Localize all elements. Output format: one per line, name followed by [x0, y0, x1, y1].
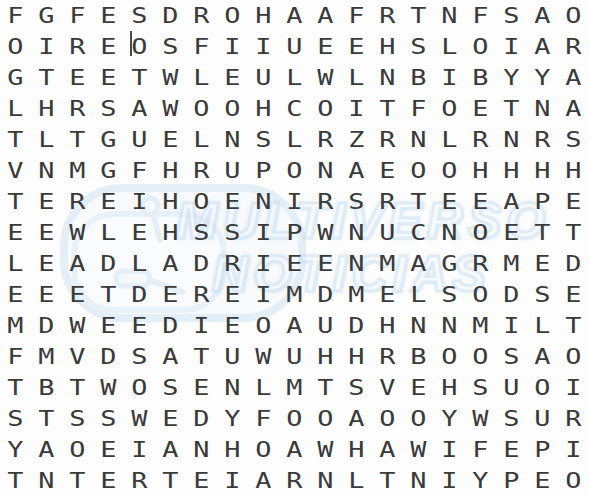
grid-cell[interactable]: V — [62, 341, 93, 372]
grid-cell[interactable]: A — [527, 341, 558, 372]
grid-cell[interactable]: N — [434, 310, 465, 341]
grid-cell[interactable]: M — [0, 310, 31, 341]
grid-cell[interactable]: I — [217, 31, 248, 62]
grid-cell[interactable]: T — [155, 465, 186, 496]
grid-cell[interactable]: T — [62, 124, 93, 155]
grid-cell[interactable]: A — [155, 248, 186, 279]
grid-cell[interactable]: H — [465, 155, 496, 186]
grid-cell[interactable]: R — [217, 248, 248, 279]
grid-cell[interactable]: T — [558, 217, 589, 248]
grid-cell[interactable]: I — [496, 310, 527, 341]
grid-cell[interactable]: O — [279, 403, 310, 434]
grid-cell[interactable]: H — [527, 155, 558, 186]
grid-cell[interactable]: E — [93, 0, 124, 31]
grid-cell[interactable]: S — [124, 0, 155, 31]
grid-cell[interactable]: O — [372, 403, 403, 434]
grid-cell[interactable]: E — [465, 93, 496, 124]
grid-cell[interactable]: S — [248, 124, 279, 155]
grid-cell[interactable]: F — [465, 0, 496, 31]
grid-cell[interactable]: O — [124, 372, 155, 403]
grid-cell[interactable]: T — [62, 372, 93, 403]
grid-cell[interactable]: I — [31, 31, 62, 62]
grid-cell[interactable]: N — [248, 186, 279, 217]
grid-cell[interactable]: S — [403, 31, 434, 62]
grid-cell[interactable]: H — [558, 155, 589, 186]
grid-cell[interactable]: N — [434, 0, 465, 31]
grid-cell[interactable]: A — [527, 0, 558, 31]
grid-cell[interactable]: H — [31, 93, 62, 124]
grid-cell[interactable]: I — [186, 310, 217, 341]
grid-cell[interactable]: H — [372, 31, 403, 62]
grid-cell[interactable]: M — [372, 248, 403, 279]
grid-cell[interactable]: P — [527, 186, 558, 217]
grid-cell[interactable]: Y — [465, 465, 496, 496]
grid-cell[interactable]: A — [155, 434, 186, 465]
grid-cell[interactable]: D — [93, 248, 124, 279]
grid-cell[interactable]: H — [155, 186, 186, 217]
grid-cell[interactable]: C — [403, 217, 434, 248]
grid-cell[interactable]: V — [0, 155, 31, 186]
grid-cell[interactable]: H — [155, 217, 186, 248]
grid-cell[interactable]: W — [465, 403, 496, 434]
grid-cell[interactable]: U — [372, 217, 403, 248]
grid-cell[interactable]: M — [279, 372, 310, 403]
grid-cell[interactable]: E — [62, 279, 93, 310]
grid-cell[interactable]: R — [279, 465, 310, 496]
grid-cell[interactable]: U — [217, 155, 248, 186]
grid-cell[interactable]: L — [279, 124, 310, 155]
grid-cell[interactable]: T — [186, 341, 217, 372]
grid-cell[interactable]: I — [248, 217, 279, 248]
grid-cell[interactable]: E — [372, 155, 403, 186]
grid-cell[interactable]: U — [124, 124, 155, 155]
grid-cell[interactable]: E — [186, 465, 217, 496]
grid-cell[interactable]: O — [465, 31, 496, 62]
grid-cell[interactable]: Y — [434, 403, 465, 434]
grid-cell[interactable]: E — [186, 372, 217, 403]
grid-cell[interactable]: W — [403, 434, 434, 465]
grid-cell[interactable]: A — [372, 434, 403, 465]
grid-cell[interactable]: E — [0, 217, 31, 248]
grid-cell[interactable]: U — [279, 341, 310, 372]
grid-cell[interactable]: W — [310, 217, 341, 248]
grid-cell[interactable]: E — [527, 465, 558, 496]
grid-cell[interactable]: F — [341, 0, 372, 31]
grid-cell[interactable]: I — [496, 31, 527, 62]
grid-cell[interactable]: U — [496, 372, 527, 403]
grid-cell[interactable]: E — [124, 217, 155, 248]
grid-cell[interactable]: O — [558, 465, 589, 496]
grid-cell[interactable]: N — [527, 93, 558, 124]
grid-cell[interactable]: S — [341, 372, 372, 403]
grid-cell[interactable]: V — [372, 372, 403, 403]
grid-cell[interactable]: O — [434, 155, 465, 186]
grid-cell[interactable]: E — [527, 248, 558, 279]
grid-cell[interactable]: H — [372, 310, 403, 341]
grid-cell[interactable]: D — [186, 248, 217, 279]
grid-cell[interactable]: O — [403, 155, 434, 186]
grid-cell[interactable]: S — [434, 279, 465, 310]
grid-cell[interactable]: S — [155, 372, 186, 403]
grid-cell[interactable]: N — [341, 217, 372, 248]
grid-cell[interactable]: E — [217, 186, 248, 217]
grid-cell[interactable]: N — [403, 465, 434, 496]
grid-cell[interactable]: H — [310, 341, 341, 372]
grid-cell[interactable]: S — [124, 341, 155, 372]
grid-cell[interactable]: T — [0, 465, 31, 496]
grid-cell[interactable]: I — [434, 465, 465, 496]
grid-cell[interactable]: I — [434, 434, 465, 465]
grid-cell[interactable]: S — [496, 341, 527, 372]
grid-cell[interactable]: E — [155, 403, 186, 434]
grid-cell[interactable]: E — [310, 248, 341, 279]
grid-cell[interactable]: G — [93, 155, 124, 186]
grid-cell[interactable]: F — [0, 341, 31, 372]
grid-cell[interactable]: E — [372, 279, 403, 310]
grid-cell[interactable]: O — [465, 279, 496, 310]
grid-cell[interactable]: L — [186, 62, 217, 93]
grid-cell[interactable]: O — [558, 341, 589, 372]
grid-cell[interactable]: I — [341, 93, 372, 124]
grid-cell[interactable]: R — [124, 465, 155, 496]
grid-cell[interactable]: W — [124, 403, 155, 434]
grid-cell[interactable]: S — [496, 403, 527, 434]
grid-cell[interactable]: D — [496, 279, 527, 310]
grid-cell[interactable]: O — [62, 434, 93, 465]
grid-cell[interactable]: L — [0, 248, 31, 279]
grid-cell[interactable]: H — [248, 0, 279, 31]
grid-cell[interactable]: W — [155, 93, 186, 124]
grid-cell[interactable]: U — [279, 31, 310, 62]
grid-cell[interactable]: T — [31, 62, 62, 93]
grid-cell[interactable]: L — [341, 62, 372, 93]
grid-cell[interactable]: A — [124, 93, 155, 124]
grid-cell[interactable]: R — [186, 0, 217, 31]
grid-cell[interactable]: W — [310, 62, 341, 93]
grid-cell[interactable]: E — [496, 217, 527, 248]
grid-cell[interactable]: O — [248, 434, 279, 465]
grid-cell[interactable]: H — [496, 155, 527, 186]
grid-cell[interactable]: I — [124, 434, 155, 465]
grid-cell[interactable]: W — [155, 62, 186, 93]
grid-cell[interactable]: A — [279, 434, 310, 465]
grid-cell[interactable]: R — [62, 186, 93, 217]
grid-cell[interactable]: A — [62, 248, 93, 279]
grid-cell[interactable]: W — [310, 434, 341, 465]
grid-cell[interactable]: A — [341, 155, 372, 186]
grid-cell[interactable]: E — [31, 217, 62, 248]
grid-cell[interactable]: E — [217, 310, 248, 341]
grid-cell[interactable]: U — [527, 403, 558, 434]
grid-cell[interactable]: I — [124, 186, 155, 217]
grid-cell[interactable]: A — [403, 248, 434, 279]
grid-cell[interactable]: T — [0, 124, 31, 155]
grid-cell[interactable]: E — [93, 310, 124, 341]
grid-cell[interactable]: E — [155, 279, 186, 310]
grid-cell[interactable]: D — [93, 341, 124, 372]
grid-cell[interactable]: S — [155, 31, 186, 62]
grid-cell[interactable]: O — [434, 341, 465, 372]
grid-cell[interactable]: T — [62, 465, 93, 496]
grid-cell[interactable]: O — [186, 93, 217, 124]
grid-cell[interactable]: W — [93, 372, 124, 403]
grid-cell[interactable]: I — [248, 248, 279, 279]
grid-cell[interactable]: E — [93, 62, 124, 93]
grid-cell[interactable]: G — [434, 248, 465, 279]
grid-cell[interactable]: T — [124, 62, 155, 93]
grid-cell[interactable]: N — [372, 62, 403, 93]
grid-cell[interactable]: E — [124, 310, 155, 341]
grid-cell[interactable]: T — [372, 465, 403, 496]
grid-cell[interactable]: N — [403, 124, 434, 155]
grid-cell[interactable]: I — [434, 62, 465, 93]
grid-cell[interactable]: O — [248, 310, 279, 341]
grid-cell[interactable]: R — [372, 341, 403, 372]
grid-cell[interactable]: N — [31, 465, 62, 496]
grid-cell[interactable]: M — [341, 279, 372, 310]
grid-cell[interactable]: S — [62, 403, 93, 434]
grid-cell[interactable]: F — [248, 403, 279, 434]
grid-cell[interactable]: U — [217, 341, 248, 372]
grid-cell[interactable]: L — [403, 279, 434, 310]
grid-cell[interactable]: F — [465, 434, 496, 465]
grid-cell[interactable]: P — [279, 217, 310, 248]
grid-cell[interactable]: E — [279, 248, 310, 279]
grid-cell[interactable]: L — [341, 465, 372, 496]
grid-cell[interactable]: R — [558, 403, 589, 434]
grid-cell[interactable]: L — [31, 124, 62, 155]
grid-cell[interactable]: E — [434, 186, 465, 217]
grid-cell[interactable]: D — [155, 310, 186, 341]
grid-cell[interactable]: E — [93, 186, 124, 217]
grid-cell[interactable]: E — [93, 434, 124, 465]
grid-cell[interactable]: R — [372, 0, 403, 31]
grid-cell[interactable]: H — [434, 372, 465, 403]
grid-cell[interactable]: D — [186, 403, 217, 434]
grid-cell[interactable]: M — [496, 248, 527, 279]
grid-cell[interactable]: R — [310, 124, 341, 155]
grid-cell[interactable]: A — [279, 310, 310, 341]
grid-cell[interactable]: O — [279, 155, 310, 186]
grid-cell[interactable]: N — [403, 310, 434, 341]
grid-cell[interactable]: F — [403, 93, 434, 124]
grid-cell[interactable]: S — [496, 0, 527, 31]
grid-cell[interactable]: S — [217, 217, 248, 248]
grid-cell[interactable]: M — [279, 279, 310, 310]
grid-cell[interactable]: E — [496, 434, 527, 465]
grid-cell[interactable]: H — [217, 434, 248, 465]
grid-cell[interactable]: L — [186, 124, 217, 155]
grid-cell[interactable]: E — [93, 465, 124, 496]
grid-cell[interactable]: E — [0, 279, 31, 310]
grid-cell[interactable]: R — [186, 279, 217, 310]
grid-cell[interactable]: T — [31, 403, 62, 434]
grid-cell[interactable]: N — [341, 248, 372, 279]
grid-cell[interactable]: T — [403, 0, 434, 31]
grid-cell[interactable]: F — [186, 31, 217, 62]
grid-cell[interactable]: L — [434, 124, 465, 155]
grid-cell[interactable]: U — [310, 310, 341, 341]
grid-cell[interactable]: A — [527, 31, 558, 62]
grid-cell[interactable]: S — [93, 93, 124, 124]
grid-cell[interactable]: E — [93, 31, 124, 62]
grid-cell[interactable]: E — [310, 31, 341, 62]
grid-cell[interactable]: L — [93, 217, 124, 248]
grid-cell[interactable]: T — [0, 186, 31, 217]
grid-cell[interactable]: L — [279, 62, 310, 93]
grid-cell[interactable]: T — [372, 93, 403, 124]
grid-cell[interactable]: M — [62, 155, 93, 186]
grid-cell[interactable]: A — [248, 465, 279, 496]
grid-cell[interactable]: D — [558, 248, 589, 279]
grid-cell[interactable]: E — [31, 248, 62, 279]
grid-cell[interactable]: N — [310, 155, 341, 186]
grid-cell[interactable]: S — [558, 124, 589, 155]
grid-cell[interactable]: I — [558, 372, 589, 403]
grid-cell[interactable]: T — [527, 217, 558, 248]
grid-cell[interactable]: E — [155, 124, 186, 155]
grid-cell[interactable]: N — [217, 124, 248, 155]
grid-cell[interactable]: A — [558, 62, 589, 93]
grid-cell[interactable]: B — [403, 62, 434, 93]
grid-cell[interactable]: R — [465, 248, 496, 279]
grid-cell[interactable]: O — [465, 341, 496, 372]
grid-cell[interactable]: Y — [496, 62, 527, 93]
grid-cell[interactable]: M — [31, 341, 62, 372]
grid-cell[interactable]: N — [434, 217, 465, 248]
grid-cell[interactable]: W — [62, 310, 93, 341]
grid-cell[interactable]: S — [527, 279, 558, 310]
grid-cell[interactable]: I — [279, 186, 310, 217]
grid-cell[interactable]: O — [558, 0, 589, 31]
grid-cell[interactable]: P — [527, 434, 558, 465]
grid-cell[interactable]: O — [124, 31, 155, 62]
grid-cell[interactable]: R — [372, 186, 403, 217]
grid-cell[interactable]: O — [465, 217, 496, 248]
grid-cell[interactable]: E — [558, 279, 589, 310]
grid-cell[interactable]: A — [155, 341, 186, 372]
grid-cell[interactable]: E — [465, 186, 496, 217]
grid-cell[interactable]: E — [558, 186, 589, 217]
grid-cell[interactable]: U — [248, 62, 279, 93]
grid-cell[interactable]: O — [434, 93, 465, 124]
grid-cell[interactable]: S — [341, 186, 372, 217]
grid-cell[interactable]: L — [527, 310, 558, 341]
grid-cell[interactable]: Y — [217, 403, 248, 434]
grid-cell[interactable]: L — [124, 248, 155, 279]
grid-cell[interactable]: B — [31, 372, 62, 403]
grid-cell[interactable]: E — [341, 31, 372, 62]
grid-cell[interactable]: N — [31, 155, 62, 186]
grid-cell[interactable]: S — [93, 403, 124, 434]
grid-cell[interactable]: P — [248, 155, 279, 186]
grid-cell[interactable]: W — [248, 341, 279, 372]
grid-cell[interactable]: O — [310, 93, 341, 124]
grid-cell[interactable]: A — [341, 403, 372, 434]
grid-cell[interactable]: D — [310, 279, 341, 310]
grid-cell[interactable]: R — [558, 31, 589, 62]
grid-cell[interactable]: E — [62, 62, 93, 93]
grid-cell[interactable]: I — [248, 31, 279, 62]
grid-cell[interactable]: Y — [0, 434, 31, 465]
grid-cell[interactable]: H — [341, 341, 372, 372]
grid-cell[interactable]: N — [186, 434, 217, 465]
grid-cell[interactable]: E — [403, 372, 434, 403]
grid-cell[interactable]: R — [310, 186, 341, 217]
grid-cell[interactable]: O — [310, 403, 341, 434]
grid-cell[interactable]: A — [496, 186, 527, 217]
grid-cell[interactable]: T — [558, 310, 589, 341]
grid-cell[interactable]: T — [93, 279, 124, 310]
grid-cell[interactable]: G — [0, 62, 31, 93]
grid-cell[interactable]: Z — [341, 124, 372, 155]
grid-cell[interactable]: O — [0, 31, 31, 62]
grid-cell[interactable]: E — [31, 279, 62, 310]
grid-cell[interactable]: L — [248, 372, 279, 403]
grid-cell[interactable]: W — [62, 217, 93, 248]
grid-cell[interactable]: L — [434, 31, 465, 62]
grid-cell[interactable]: O — [527, 372, 558, 403]
grid-cell[interactable]: H — [155, 155, 186, 186]
grid-cell[interactable]: G — [31, 0, 62, 31]
grid-cell[interactable]: A — [310, 0, 341, 31]
grid-cell[interactable]: G — [93, 124, 124, 155]
grid-cell[interactable]: H — [341, 434, 372, 465]
grid-cell[interactable]: H — [248, 93, 279, 124]
grid-cell[interactable]: N — [496, 124, 527, 155]
grid-cell[interactable]: O — [217, 93, 248, 124]
grid-cell[interactable]: D — [155, 0, 186, 31]
grid-cell[interactable]: R — [186, 155, 217, 186]
grid-cell[interactable]: E — [217, 279, 248, 310]
grid-cell[interactable]: M — [465, 310, 496, 341]
grid-cell[interactable]: I — [217, 465, 248, 496]
grid-cell[interactable]: R — [62, 93, 93, 124]
grid-cell[interactable]: A — [31, 434, 62, 465]
word-search-grid[interactable]: FGFESDROHAAFRTNFSAOOIREOSFIIUEEHSLOIARGT… — [0, 0, 589, 496]
grid-cell[interactable]: B — [465, 62, 496, 93]
grid-cell[interactable]: S — [0, 403, 31, 434]
grid-cell[interactable]: T — [0, 372, 31, 403]
grid-cell[interactable]: F — [0, 0, 31, 31]
grid-cell[interactable]: E — [217, 62, 248, 93]
grid-cell[interactable]: I — [248, 279, 279, 310]
grid-cell[interactable]: T — [403, 186, 434, 217]
grid-cell[interactable]: T — [310, 372, 341, 403]
grid-cell[interactable]: R — [527, 124, 558, 155]
grid-cell[interactable]: D — [124, 279, 155, 310]
grid-cell[interactable]: S — [465, 372, 496, 403]
grid-cell[interactable]: I — [558, 434, 589, 465]
grid-cell[interactable]: P — [496, 465, 527, 496]
grid-cell[interactable]: D — [341, 310, 372, 341]
grid-cell[interactable]: A — [279, 0, 310, 31]
grid-cell[interactable]: R — [465, 124, 496, 155]
grid-cell[interactable]: O — [186, 186, 217, 217]
grid-cell[interactable]: A — [558, 93, 589, 124]
grid-cell[interactable]: T — [496, 93, 527, 124]
grid-cell[interactable]: O — [217, 0, 248, 31]
grid-cell[interactable]: R — [62, 31, 93, 62]
grid-cell[interactable]: F — [124, 155, 155, 186]
grid-cell[interactable]: C — [279, 93, 310, 124]
grid-cell[interactable]: S — [186, 217, 217, 248]
grid-cell[interactable]: N — [310, 465, 341, 496]
grid-cell[interactable]: Y — [527, 62, 558, 93]
grid-cell[interactable]: D — [31, 310, 62, 341]
grid-cell[interactable]: O — [403, 403, 434, 434]
grid-cell[interactable]: F — [62, 0, 93, 31]
